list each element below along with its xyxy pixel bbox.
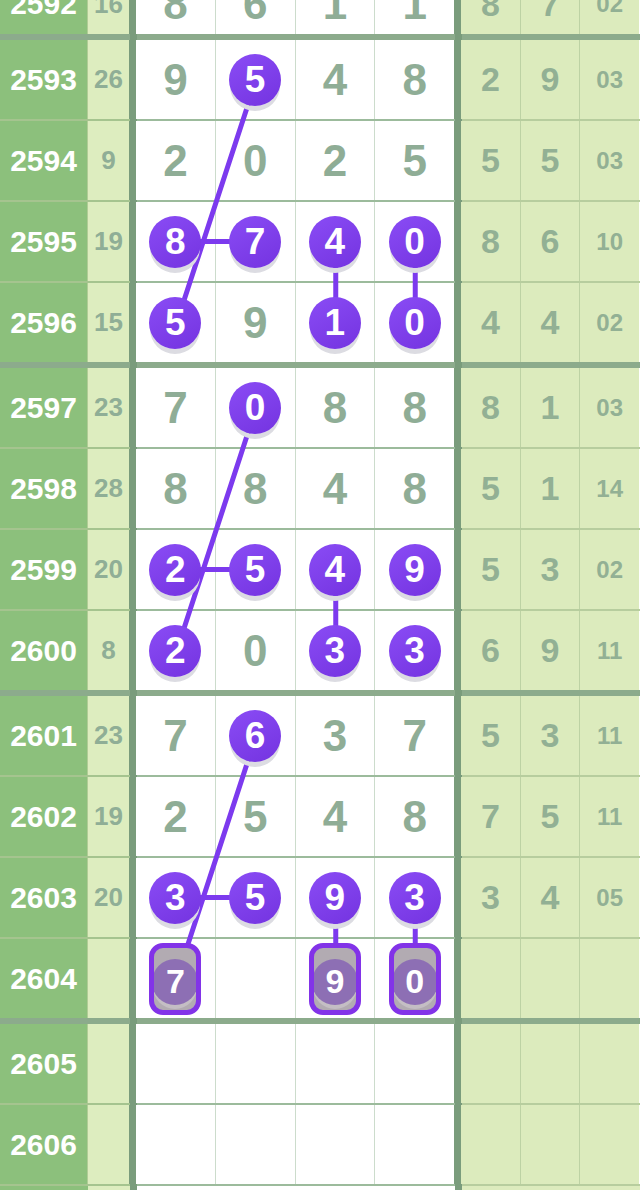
selected-digit-pill[interactable]: 9 [309,943,361,1015]
period-label: 2597 [10,391,77,425]
code-value: 11 [597,803,622,831]
digit-value: 8 [323,383,347,433]
period-label: 2600 [10,634,77,668]
stat-cell: 2 [461,40,521,119]
stat-row: 5302 [461,530,639,609]
digit-cell: 2 [136,121,216,200]
digit-pick-cell[interactable] [296,1105,376,1184]
sum-cell: 20 [88,858,129,937]
digit-cell: 8 [375,777,454,856]
code-cell: 02 [580,530,639,609]
code-value: 11 [597,637,622,665]
digit-cell: 2 [136,611,216,690]
period-cell: 2601 [0,696,88,775]
digit-row: 5910 [136,283,454,362]
digit-cell: 8 [136,0,216,34]
digit-value: 7 [163,711,187,761]
stat-value: 5 [481,141,500,180]
circled-digit: 0 [229,382,281,434]
stat-cell: 9 [521,611,581,690]
digit-row: 3593 [136,858,454,937]
period-cell: 2598 [0,449,88,528]
digit-cell: 3 [136,858,216,937]
code-value: 05 [596,884,623,912]
stat-cell: 5 [461,121,521,200]
digit-pick-cell[interactable]: 9 [296,939,376,1018]
stat-cell: 5 [461,530,521,609]
digit-pick-cell[interactable] [296,1024,376,1103]
digit-cell: 7 [375,696,454,775]
vertical-divider [129,939,136,1018]
vertical-divider [129,368,136,447]
digit-cell: 8 [296,368,376,447]
vertical-divider [454,611,461,690]
digit-value: 7 [163,383,187,433]
next-row-sliver [0,1186,640,1190]
digit-value: 5 [402,136,426,186]
stat-cell: 5 [461,449,521,528]
period-label: 2603 [10,881,77,915]
stat-value: 8 [481,0,500,24]
stat-cell: 1 [521,368,581,447]
digit-pick-cell[interactable] [136,1105,216,1184]
vertical-divider [454,696,461,775]
circled-digit: 4 [309,216,361,268]
vertical-divider [129,283,136,362]
vertical-divider [129,202,136,281]
digit-cell: 1 [296,0,376,34]
digit-row: 7637 [136,696,454,775]
digit-value: 5 [243,792,267,842]
stat-cell: 5 [521,121,581,200]
digit-value: 4 [323,55,347,105]
stat-cell [461,939,521,1018]
vertical-divider [454,449,461,528]
digit-cell: 8 [136,449,216,528]
period-cell: 2606 [0,1105,88,1184]
vertical-divider [129,858,136,937]
digit-value: 1 [323,0,347,29]
stat-value: 5 [481,469,500,508]
vertical-divider [129,449,136,528]
circled-digit: 3 [309,625,361,677]
period-cell: 2605 [0,1024,88,1103]
trend-row-2601: 26012376375311 [0,696,640,775]
digit-value: 8 [402,792,426,842]
trend-row-2600: 2600820336911 [0,611,640,690]
sum-cell: 20 [88,530,129,609]
code-cell: 10 [580,202,639,281]
sum-value: 16 [94,0,123,20]
stat-row: 3405 [461,858,639,937]
code-cell [580,1024,639,1103]
stat-cell: 7 [461,777,521,856]
digit-row: 9548 [136,40,454,119]
digit-value: 4 [323,792,347,842]
digit-row: 2548 [136,777,454,856]
sum-cell: 19 [88,777,129,856]
vertical-divider [454,202,461,281]
circled-digit: 6 [229,710,281,762]
digit-cell: 9 [216,283,296,362]
stat-value: 1 [541,469,560,508]
sum-cell [88,1024,129,1103]
period-cell: 2603 [0,858,88,937]
digit-cell: 5 [216,858,296,937]
digit-cell: 4 [296,40,376,119]
trend-row-2604: 2604790 [0,939,640,1018]
sum-cell [88,1105,129,1184]
stat-cell: 5 [521,777,581,856]
circled-digit: 8 [149,216,201,268]
circled-digit: 5 [229,544,281,596]
stat-value: 4 [541,878,560,917]
stat-cell: 4 [461,283,521,362]
stat-value: 5 [541,141,560,180]
digit-cell: 8 [375,40,454,119]
digit-row [136,1105,454,1184]
digit-cell: 3 [296,696,376,775]
code-cell: 02 [580,0,639,34]
vertical-divider [129,777,136,856]
vertical-divider [454,121,461,200]
sum-cell: 16 [88,0,129,34]
vertical-divider [454,858,461,937]
digit-value: 0 [243,626,267,676]
period-cell: 2594 [0,121,88,200]
stat-cell: 8 [461,0,521,34]
digit-value: 8 [163,464,187,514]
vertical-divider [129,1105,136,1184]
stat-cell: 3 [521,530,581,609]
digit-cell: 0 [216,121,296,200]
code-cell: 02 [580,283,639,362]
period-cell: 2596 [0,283,88,362]
code-value: 02 [596,309,623,337]
digit-pick-cell[interactable] [375,1105,454,1184]
sum-value: 23 [94,720,123,751]
stat-value: 5 [541,797,560,836]
vertical-divider [129,40,136,119]
vertical-divider [454,40,461,119]
stat-value: 4 [541,303,560,342]
period-label: 2604 [10,962,77,996]
period-cell: 2602 [0,777,88,856]
period-cell: 2604 [0,939,88,1018]
vertical-divider [129,1024,136,1103]
digit-cell: 7 [216,202,296,281]
stat-row [461,1105,639,1184]
stat-value: 3 [541,716,560,755]
sum-value: 19 [94,226,123,257]
period-cell: 2599 [0,530,88,609]
digit-cell: 9 [375,530,454,609]
trend-row-2598: 25982888485114 [0,449,640,528]
vertical-divider [129,696,136,775]
digit-row: 790 [136,939,454,1018]
stat-cell [461,1105,521,1184]
digit-cell: 9 [296,858,376,937]
sum-value: 9 [101,145,115,176]
code-value: 03 [596,147,623,175]
digit-cell: 3 [375,858,454,937]
digit-pick-cell[interactable] [216,939,296,1018]
sum-value: 15 [94,307,123,338]
digit-cell: 1 [375,0,454,34]
vertical-divider [454,530,461,609]
digit-cell: 6 [216,0,296,34]
period-label: 2592 [10,0,77,21]
digit-cell: 8 [375,368,454,447]
stat-cell: 8 [461,368,521,447]
digit-value: 2 [163,792,187,842]
stat-row: 8610 [461,202,639,281]
digit-cell: 8 [375,449,454,528]
selected-digit-pill[interactable]: 7 [149,943,201,1015]
sum-cell: 15 [88,283,129,362]
code-cell: 11 [580,611,639,690]
digit-cell: 2 [136,777,216,856]
circled-digit: 4 [309,544,361,596]
sum-cell: 19 [88,202,129,281]
digit-value: 8 [163,0,187,29]
trend-row-2603: 26032035933405 [0,858,640,937]
code-cell: 03 [580,40,639,119]
stat-value: 4 [481,303,500,342]
trend-row-2597: 25972370888103 [0,368,640,447]
period-label: 2596 [10,306,77,340]
sum-cell: 8 [88,611,129,690]
vertical-divider [454,1105,461,1184]
circled-digit: 5 [229,54,281,106]
circled-digit: 3 [389,872,441,924]
stat-value: 6 [481,631,500,670]
lottery-trend-board: 2592168611870225932695482903259492025550… [0,0,640,1190]
digit-cell: 5 [136,283,216,362]
stat-cell: 7 [521,0,581,34]
stat-cell: 3 [521,696,581,775]
period-cell: 2592 [0,0,88,34]
vertical-divider [454,283,461,362]
digit-value: 8 [243,464,267,514]
trend-row-2602: 26021925487511 [0,777,640,856]
circled-digit: 9 [389,544,441,596]
stat-value: 5 [481,716,500,755]
period-label: 2595 [10,225,77,259]
selected-digit-value: 9 [312,959,358,1005]
vertical-divider [129,530,136,609]
period-cell: 2595 [0,202,88,281]
code-cell: 11 [580,777,639,856]
sum-value: 20 [94,882,123,913]
stat-value: 8 [481,222,500,261]
digit-value: 4 [323,464,347,514]
circled-digit: 9 [309,872,361,924]
code-value: 03 [596,394,623,422]
vertical-divider [129,121,136,200]
vertical-divider [454,1024,461,1103]
code-cell: 03 [580,368,639,447]
period-label: 2601 [10,719,77,753]
stat-cell: 1 [521,449,581,528]
code-value: 10 [596,228,623,256]
digit-value: 7 [402,711,426,761]
stat-cell [521,939,581,1018]
stat-cell: 4 [521,283,581,362]
sum-value: 8 [101,635,115,666]
stat-row: 5503 [461,121,639,200]
stat-value: 6 [541,222,560,261]
trend-row-2596: 25961559104402 [0,283,640,362]
vertical-divider [129,0,136,34]
stat-cell: 8 [461,202,521,281]
digit-pick-cell[interactable]: 7 [136,939,216,1018]
digit-value: 9 [163,55,187,105]
digit-cell: 5 [216,530,296,609]
digit-pick-cell[interactable]: 0 [375,939,454,1018]
code-value: 02 [596,0,623,18]
stat-row: 7511 [461,777,639,856]
sum-cell: 26 [88,40,129,119]
digit-cell: 3 [375,611,454,690]
period-label: 2598 [10,472,77,506]
sum-cell [88,939,129,1018]
stat-cell [461,1024,521,1103]
stat-cell: 9 [521,40,581,119]
stat-cell: 5 [461,696,521,775]
digit-value: 2 [163,136,187,186]
digit-cell: 8 [216,449,296,528]
digit-cell: 2 [296,121,376,200]
digit-cell: 3 [296,611,376,690]
code-cell: 03 [580,121,639,200]
digit-value: 3 [323,711,347,761]
vertical-divider [129,611,136,690]
circled-digit: 2 [149,625,201,677]
sum-value: 20 [94,554,123,585]
circled-digit: 5 [149,297,201,349]
trend-row-2595: 25951987408610 [0,202,640,281]
trend-row-2592: 25921686118702 [0,0,640,34]
stat-cell [521,1024,581,1103]
period-label: 2593 [10,63,77,97]
digit-cell: 0 [375,283,454,362]
digit-value: 0 [243,136,267,186]
digit-cell: 7 [136,696,216,775]
stat-row [461,939,639,1018]
period-label: 2594 [10,144,77,178]
stat-row: 5311 [461,696,639,775]
stat-row: 2903 [461,40,639,119]
circled-digit: 0 [389,216,441,268]
circled-digit: 0 [389,297,441,349]
digit-cell: 6 [216,696,296,775]
digit-cell: 4 [296,530,376,609]
digit-cell: 2 [136,530,216,609]
digit-row: 7088 [136,368,454,447]
digit-row [136,1024,454,1103]
period-label: 2602 [10,800,77,834]
digit-row: 8740 [136,202,454,281]
stat-value: 8 [481,388,500,427]
digit-cell: 1 [296,283,376,362]
digit-cell: 7 [136,368,216,447]
stat-cell [521,1105,581,1184]
code-value: 14 [596,475,623,503]
digit-cell: 5 [216,777,296,856]
vertical-divider [454,939,461,1018]
sum-cell: 23 [88,696,129,775]
digit-pick-cell[interactable] [216,1105,296,1184]
trend-row-2605: 2605 [0,1024,640,1103]
code-cell [580,1105,639,1184]
digit-row: 2025 [136,121,454,200]
trend-row-2599: 25992025495302 [0,530,640,609]
stat-value: 2 [481,60,500,99]
stat-value: 7 [541,0,560,24]
vertical-divider [454,0,461,34]
sum-cell: 9 [88,121,129,200]
digit-value: 8 [402,55,426,105]
selected-digit-value: 7 [152,959,198,1005]
stat-value: 3 [481,878,500,917]
selected-digit-pill[interactable]: 0 [389,943,441,1015]
digit-value: 8 [402,383,426,433]
stat-row: 5114 [461,449,639,528]
digit-pick-cell[interactable] [216,1024,296,1103]
digit-cell: 5 [216,40,296,119]
period-label: 2605 [10,1047,77,1081]
sum-value: 26 [94,64,123,95]
digit-value: 9 [243,298,267,348]
digit-pick-cell[interactable] [136,1024,216,1103]
circled-digit: 7 [229,216,281,268]
code-value: 02 [596,556,623,584]
digit-value: 6 [243,0,267,29]
circled-digit: 1 [309,297,361,349]
trend-row-2593: 25932695482903 [0,40,640,119]
digit-cell: 4 [296,449,376,528]
code-value: 03 [596,66,623,94]
stat-value: 9 [541,631,560,670]
code-cell: 05 [580,858,639,937]
stat-cell: 6 [521,202,581,281]
trend-row-2606: 2606 [0,1105,640,1184]
stat-row: 6911 [461,611,639,690]
digit-pick-cell[interactable] [375,1024,454,1103]
code-value: 11 [597,722,622,750]
trend-row-2594: 2594920255503 [0,121,640,200]
circled-digit: 3 [389,625,441,677]
digit-cell: 0 [216,368,296,447]
digit-cell: 4 [296,202,376,281]
selected-digit-value: 0 [392,959,438,1005]
sum-value: 23 [94,392,123,423]
digit-cell: 5 [375,121,454,200]
code-cell [580,939,639,1018]
digit-row: 8611 [136,0,454,34]
code-cell: 14 [580,449,639,528]
stat-row [461,1024,639,1103]
stat-cell: 6 [461,611,521,690]
vertical-divider [454,777,461,856]
stat-value: 1 [541,388,560,427]
stat-value: 9 [541,60,560,99]
stat-row: 8103 [461,368,639,447]
sum-value: 28 [94,473,123,504]
circled-digit: 2 [149,544,201,596]
stat-cell: 3 [461,858,521,937]
